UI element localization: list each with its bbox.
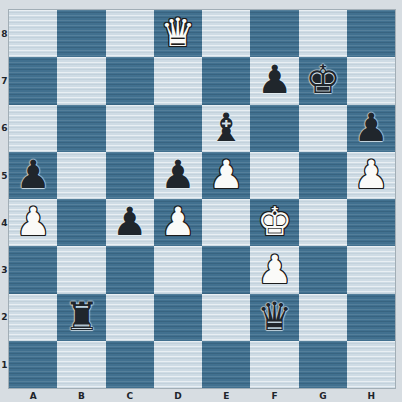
square-a6[interactable] xyxy=(9,105,57,152)
square-e3[interactable] xyxy=(202,246,250,293)
square-f3[interactable]: ♟ xyxy=(250,246,298,293)
square-d5[interactable]: ♟ xyxy=(154,152,202,199)
square-f2[interactable]: ♛ xyxy=(250,294,298,341)
piece-black-pawn[interactable]: ♟ xyxy=(161,155,196,194)
piece-black-pawn[interactable]: ♟ xyxy=(112,202,147,241)
square-a8[interactable] xyxy=(9,10,57,57)
square-h8[interactable] xyxy=(347,10,395,57)
square-g6[interactable] xyxy=(299,105,347,152)
file-label-f: F xyxy=(250,389,298,402)
square-h1[interactable] xyxy=(347,341,395,388)
file-label-b: B xyxy=(57,389,105,402)
square-e1[interactable] xyxy=(202,341,250,388)
square-e5[interactable]: ♟ xyxy=(202,152,250,199)
file-label-d: D xyxy=(154,389,202,402)
rank-label-2: 2 xyxy=(0,294,9,341)
square-e4[interactable] xyxy=(202,199,250,246)
square-c2[interactable] xyxy=(106,294,154,341)
square-b8[interactable] xyxy=(57,10,105,57)
piece-black-pawn[interactable]: ♟ xyxy=(257,60,292,99)
square-g3[interactable] xyxy=(299,246,347,293)
square-e6[interactable]: ♝ xyxy=(202,105,250,152)
file-labels: ABCDEFGH xyxy=(9,389,395,402)
square-g8[interactable] xyxy=(299,10,347,57)
square-c4[interactable]: ♟ xyxy=(106,199,154,246)
square-e7[interactable] xyxy=(202,57,250,104)
square-c7[interactable] xyxy=(106,57,154,104)
square-c5[interactable] xyxy=(106,152,154,199)
square-h6[interactable]: ♟ xyxy=(347,105,395,152)
square-e8[interactable] xyxy=(202,10,250,57)
square-b5[interactable] xyxy=(57,152,105,199)
piece-white-pawn[interactable]: ♟ xyxy=(257,250,292,289)
piece-white-pawn[interactable]: ♟ xyxy=(16,202,51,241)
square-a2[interactable] xyxy=(9,294,57,341)
square-d8[interactable]: ♛ xyxy=(154,10,202,57)
square-d4[interactable]: ♟ xyxy=(154,199,202,246)
square-e2[interactable] xyxy=(202,294,250,341)
square-a5[interactable]: ♟ xyxy=(9,152,57,199)
square-g1[interactable] xyxy=(299,341,347,388)
square-c6[interactable] xyxy=(106,105,154,152)
square-d2[interactable] xyxy=(154,294,202,341)
square-h5[interactable]: ♟ xyxy=(347,152,395,199)
rank-label-4: 4 xyxy=(0,199,9,246)
file-label-c: C xyxy=(106,389,154,402)
square-d3[interactable] xyxy=(154,246,202,293)
file-label-g: G xyxy=(299,389,347,402)
rank-label-5: 5 xyxy=(0,152,9,199)
rank-label-8: 8 xyxy=(0,10,9,57)
square-b2[interactable]: ♜ xyxy=(57,294,105,341)
piece-white-pawn[interactable]: ♟ xyxy=(354,155,389,194)
piece-white-pawn[interactable]: ♟ xyxy=(209,155,244,194)
square-h2[interactable] xyxy=(347,294,395,341)
piece-white-pawn[interactable]: ♟ xyxy=(161,202,196,241)
square-a1[interactable] xyxy=(9,341,57,388)
square-h3[interactable] xyxy=(347,246,395,293)
piece-black-rook[interactable]: ♜ xyxy=(64,297,99,336)
square-a4[interactable]: ♟ xyxy=(9,199,57,246)
piece-white-king[interactable]: ♚ xyxy=(257,202,292,241)
square-d7[interactable] xyxy=(154,57,202,104)
square-h4[interactable] xyxy=(347,199,395,246)
file-label-h: H xyxy=(347,389,395,402)
square-h7[interactable] xyxy=(347,57,395,104)
square-b7[interactable] xyxy=(57,57,105,104)
square-f1[interactable] xyxy=(250,341,298,388)
square-g2[interactable] xyxy=(299,294,347,341)
square-f4[interactable]: ♚ xyxy=(250,199,298,246)
square-a3[interactable] xyxy=(9,246,57,293)
square-d6[interactable] xyxy=(154,105,202,152)
square-g5[interactable] xyxy=(299,152,347,199)
rank-label-6: 6 xyxy=(0,105,9,152)
chess-diagram: ♛♟♚♝♟♟♟♟♟♟♟♟♚♟♜♛ 87654321 ABCDEFGH xyxy=(0,0,402,402)
square-g7[interactable]: ♚ xyxy=(299,57,347,104)
square-g4[interactable] xyxy=(299,199,347,246)
square-b4[interactable] xyxy=(57,199,105,246)
piece-black-pawn[interactable]: ♟ xyxy=(16,155,51,194)
square-f8[interactable] xyxy=(250,10,298,57)
square-f5[interactable] xyxy=(250,152,298,199)
file-label-e: E xyxy=(202,389,250,402)
square-f6[interactable] xyxy=(250,105,298,152)
piece-black-bishop[interactable]: ♝ xyxy=(209,108,244,147)
square-d1[interactable] xyxy=(154,341,202,388)
file-label-a: A xyxy=(9,389,57,402)
square-c3[interactable] xyxy=(106,246,154,293)
square-a7[interactable] xyxy=(9,57,57,104)
rank-label-1: 1 xyxy=(0,341,9,388)
rank-label-3: 3 xyxy=(0,246,9,293)
rank-labels: 87654321 xyxy=(0,10,9,388)
square-b1[interactable] xyxy=(57,341,105,388)
piece-black-pawn[interactable]: ♟ xyxy=(354,108,389,147)
square-f7[interactable]: ♟ xyxy=(250,57,298,104)
square-b6[interactable] xyxy=(57,105,105,152)
piece-black-king[interactable]: ♚ xyxy=(305,60,340,99)
square-b3[interactable] xyxy=(57,246,105,293)
piece-white-queen[interactable]: ♛ xyxy=(161,13,196,52)
rank-label-7: 7 xyxy=(0,57,9,104)
chess-board: ♛♟♚♝♟♟♟♟♟♟♟♟♚♟♜♛ xyxy=(9,10,395,388)
square-c1[interactable] xyxy=(106,341,154,388)
square-c8[interactable] xyxy=(106,10,154,57)
piece-black-queen[interactable]: ♛ xyxy=(257,297,292,336)
